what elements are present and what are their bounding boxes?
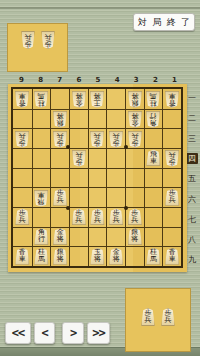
piece-gote-歩兵[interactable]: 歩兵 (53, 130, 68, 147)
rank-label-九: 九 (186, 254, 198, 265)
cell-3四[interactable] (125, 148, 144, 168)
rank-label-二: 二 (186, 113, 198, 124)
piece-kanji: 兵 (113, 217, 120, 224)
cell-5五[interactable] (88, 168, 107, 188)
piece-kanji: 車 (19, 92, 26, 99)
cell-5二[interactable] (88, 109, 107, 129)
cell-3三[interactable]: 歩兵 (125, 128, 144, 148)
piece-kanji: 歩 (44, 40, 51, 47)
piece-sente-歩兵[interactable]: 歩兵 (161, 308, 175, 326)
piece-sente-角行[interactable]: 角行 (34, 228, 49, 245)
cell-9二[interactable] (13, 109, 32, 129)
cell-9六[interactable] (13, 187, 32, 207)
piece-kanji: 兵 (19, 132, 26, 139)
cell-7五[interactable] (50, 168, 69, 188)
piece-kanji: 将 (131, 112, 138, 119)
gote-captured-tray: 歩兵歩兵 (7, 23, 68, 72)
piece-gote-角行[interactable]: 角行 (146, 111, 161, 128)
cell-6一[interactable]: 金将 (69, 89, 88, 109)
piece-kanji: 香 (169, 99, 176, 106)
piece-kanji: 将 (57, 112, 64, 119)
piece-kanji: 将 (57, 237, 64, 244)
cell-5四[interactable] (88, 148, 107, 168)
piece-kanji: 将 (94, 92, 101, 99)
cell-6七[interactable]: 歩兵 (69, 207, 88, 227)
last-move-button[interactable]: >> (87, 322, 110, 344)
next-move-button[interactable]: > (62, 322, 84, 344)
cell-3八[interactable]: 銀将 (125, 227, 144, 247)
piece-gote-桂馬[interactable]: 桂馬 (34, 91, 49, 108)
cell-3五[interactable] (125, 168, 144, 188)
piece-kanji: 兵 (75, 152, 82, 159)
piece-kanji: 車 (169, 256, 176, 263)
piece-kanji: 金 (131, 119, 138, 126)
piece-kanji: 車 (19, 256, 26, 263)
piece-kanji: 将 (75, 92, 82, 99)
piece-sente-香車[interactable]: 香車 (15, 248, 30, 265)
cell-7七[interactable] (50, 207, 69, 227)
cell-8五[interactable] (32, 168, 51, 188)
piece-gote-桂馬[interactable]: 桂馬 (146, 91, 161, 108)
cell-5七[interactable]: 歩兵 (88, 207, 107, 227)
piece-kanji: 兵 (94, 217, 101, 224)
game-over-button[interactable]: 対局終了 (133, 13, 195, 31)
cell-6三[interactable] (69, 128, 88, 148)
cell-5九[interactable]: 玉将 (88, 246, 107, 266)
cell-6八[interactable] (69, 227, 88, 247)
piece-kanji: 行 (150, 112, 157, 119)
piece-gote-飛車[interactable]: 飛車 (34, 189, 49, 206)
piece-kanji: 桂 (150, 99, 157, 106)
star-point (124, 206, 128, 210)
cell-8三[interactable] (32, 128, 51, 148)
cell-7八[interactable]: 金将 (50, 227, 69, 247)
cell-9九[interactable]: 香車 (13, 246, 32, 266)
piece-gote-歩兵[interactable]: 歩兵 (15, 130, 30, 147)
piece-kanji: 馬 (38, 92, 45, 99)
piece-kanji: 香 (19, 99, 26, 106)
cell-9三[interactable]: 歩兵 (13, 128, 32, 148)
piece-kanji: 車 (169, 92, 176, 99)
cell-9八[interactable] (13, 227, 32, 247)
piece-gote-歩兵[interactable]: 歩兵 (109, 130, 124, 147)
piece-gote-香車[interactable]: 香車 (165, 91, 180, 108)
cell-6九[interactable] (69, 246, 88, 266)
piece-sente-歩兵[interactable]: 歩兵 (53, 189, 68, 206)
cell-6四[interactable]: 歩兵 (69, 148, 88, 168)
star-point (124, 145, 128, 149)
piece-gote-歩兵[interactable]: 歩兵 (21, 31, 35, 49)
cell-9七[interactable]: 歩兵 (13, 207, 32, 227)
piece-sente-桂馬[interactable]: 桂馬 (34, 248, 49, 265)
cell-9四[interactable] (13, 148, 32, 168)
piece-sente-歩兵[interactable]: 歩兵 (71, 208, 86, 225)
cell-7四[interactable] (50, 148, 69, 168)
cell-4六[interactable] (106, 187, 125, 207)
cell-5六[interactable] (88, 187, 107, 207)
cell-4七[interactable]: 歩兵 (106, 207, 125, 227)
cell-4三[interactable]: 歩兵 (106, 128, 125, 148)
piece-kanji: 金 (75, 99, 82, 106)
piece-kanji: 兵 (57, 132, 64, 139)
cell-2九[interactable]: 桂馬 (144, 246, 163, 266)
piece-sente-歩兵[interactable]: 歩兵 (141, 308, 155, 326)
rank-label-七: 七 (186, 214, 198, 225)
piece-kanji: 歩 (94, 139, 101, 146)
piece-kanji: 兵 (94, 132, 101, 139)
cell-1二[interactable] (162, 109, 181, 129)
piece-kanji: 行 (38, 237, 45, 244)
piece-kanji: 兵 (131, 132, 138, 139)
status-char: 対 (138, 16, 147, 29)
cell-5八[interactable] (88, 227, 107, 247)
cell-8二[interactable] (32, 109, 51, 129)
piece-sente-桂馬[interactable]: 桂馬 (146, 248, 161, 265)
piece-kanji: 馬 (150, 256, 157, 263)
first-move-button[interactable]: << (5, 322, 31, 344)
cell-9一[interactable]: 香車 (13, 89, 32, 109)
piece-kanji: 兵 (165, 317, 172, 324)
rank-label-六: 六 (186, 194, 198, 205)
piece-gote-銀将[interactable]: 銀将 (53, 111, 68, 128)
cell-4二[interactable] (106, 109, 125, 129)
cell-1四[interactable]: 歩兵 (162, 148, 181, 168)
piece-sente-銀将[interactable]: 銀将 (127, 228, 142, 245)
piece-kanji: 将 (57, 256, 64, 263)
cell-2七[interactable] (144, 207, 163, 227)
piece-kanji: 歩 (19, 139, 26, 146)
cell-4九[interactable]: 金将 (106, 246, 125, 266)
star-point (66, 145, 70, 149)
cell-2五[interactable] (144, 168, 163, 188)
tatami-seam (0, 7, 200, 9)
piece-gote-香車[interactable]: 香車 (15, 91, 30, 108)
status-char: 終 (167, 16, 176, 29)
piece-gote-歩兵[interactable]: 歩兵 (165, 150, 180, 167)
piece-kanji: 馬 (150, 92, 157, 99)
cell-6五[interactable] (69, 168, 88, 188)
piece-kanji: 飛 (38, 198, 45, 205)
piece-gote-歩兵[interactable]: 歩兵 (90, 130, 105, 147)
piece-kanji: 兵 (145, 317, 152, 324)
piece-kanji: 銀 (131, 99, 138, 106)
piece-kanji: 歩 (113, 139, 120, 146)
piece-kanji: 将 (113, 256, 120, 263)
cell-2八[interactable] (144, 227, 163, 247)
piece-gote-歩兵[interactable]: 歩兵 (41, 31, 55, 49)
piece-sente-飛車[interactable]: 飛車 (146, 149, 161, 166)
cell-8四[interactable] (32, 148, 51, 168)
cell-8七[interactable] (32, 207, 51, 227)
cell-7二[interactable]: 銀将 (50, 109, 69, 129)
cell-1九[interactable]: 香車 (162, 246, 181, 266)
piece-kanji: 馬 (38, 256, 45, 263)
piece-kanji: 歩 (24, 40, 31, 47)
cell-3九[interactable] (125, 246, 144, 266)
cell-8八[interactable]: 角行 (32, 227, 51, 247)
piece-gote-金将[interactable]: 金将 (127, 111, 142, 128)
cell-5三[interactable]: 歩兵 (88, 128, 107, 148)
piece-kanji: 兵 (24, 33, 31, 40)
piece-kanji: 兵 (113, 132, 120, 139)
cell-7一[interactable] (50, 89, 69, 109)
cell-8一[interactable]: 桂馬 (32, 89, 51, 109)
cell-2二[interactable]: 角行 (144, 109, 163, 129)
piece-kanji: 兵 (57, 197, 64, 204)
shogi-app: 歩兵歩兵 対局終了 987654321 一二三四五六七八九 香車桂馬金将王将銀将… (0, 0, 200, 356)
cell-1一[interactable]: 香車 (162, 89, 181, 109)
piece-kanji: 兵 (131, 217, 138, 224)
piece-sente-歩兵[interactable]: 歩兵 (15, 208, 30, 225)
rank-label-一: 一 (186, 93, 198, 104)
cell-1五[interactable] (162, 168, 181, 188)
piece-kanji: 車 (150, 158, 157, 165)
cell-2一[interactable]: 桂馬 (144, 89, 163, 109)
cell-6二[interactable] (69, 109, 88, 129)
board-grid: 香車桂馬金将王将銀将桂馬香車銀将金将角行歩兵歩兵歩兵歩兵歩兵歩兵飛車歩兵飛車歩兵… (11, 87, 183, 268)
cell-4一[interactable] (106, 89, 125, 109)
cell-3一[interactable]: 銀将 (125, 89, 144, 109)
shogi-board: 香車桂馬金将王将銀将桂馬香車銀将金将角行歩兵歩兵歩兵歩兵歩兵歩兵飛車歩兵飛車歩兵… (8, 84, 187, 272)
piece-gote-歩兵[interactable]: 歩兵 (71, 150, 86, 167)
cell-6六[interactable] (69, 187, 88, 207)
cell-7九[interactable]: 銀将 (50, 246, 69, 266)
piece-gote-銀将[interactable]: 銀将 (127, 91, 142, 108)
piece-sente-玉将[interactable]: 玉将 (90, 248, 105, 265)
piece-kanji: 将 (131, 237, 138, 244)
cell-1七[interactable] (162, 207, 181, 227)
star-point (66, 206, 70, 210)
piece-kanji: 角 (150, 119, 157, 126)
piece-gote-金将[interactable]: 金将 (71, 91, 86, 108)
rank-label-四: 四 (186, 153, 198, 164)
cell-3二[interactable]: 金将 (125, 109, 144, 129)
cell-8九[interactable]: 桂馬 (32, 246, 51, 266)
cell-2三[interactable] (144, 128, 163, 148)
status-char: 局 (152, 16, 161, 29)
rank-label-八: 八 (186, 234, 198, 245)
piece-kanji: 将 (94, 256, 101, 263)
cell-2四[interactable]: 飛車 (144, 148, 163, 168)
cell-3六[interactable] (125, 187, 144, 207)
piece-sente-金将[interactable]: 金将 (109, 248, 124, 265)
cell-4五[interactable] (106, 168, 125, 188)
prev-move-button[interactable]: < (34, 322, 55, 344)
piece-sente-香車[interactable]: 香車 (165, 248, 180, 265)
piece-kanji: 銀 (57, 119, 64, 126)
piece-kanji: 兵 (169, 197, 176, 204)
cell-5一[interactable]: 王将 (88, 89, 107, 109)
piece-kanji: 兵 (44, 33, 51, 40)
status-char: 了 (181, 16, 190, 29)
piece-kanji: 車 (38, 191, 45, 198)
piece-kanji: 歩 (131, 139, 138, 146)
piece-sente-歩兵[interactable]: 歩兵 (109, 208, 124, 225)
piece-kanji: 歩 (57, 139, 64, 146)
piece-sente-歩兵[interactable]: 歩兵 (127, 208, 142, 225)
piece-kanji: 兵 (19, 217, 26, 224)
cell-1六[interactable]: 歩兵 (162, 187, 181, 207)
cell-9五[interactable] (13, 168, 32, 188)
piece-kanji: 将 (131, 92, 138, 99)
piece-sente-金将[interactable]: 金将 (53, 228, 68, 245)
cell-4八[interactable] (106, 227, 125, 247)
cell-8六[interactable]: 飛車 (32, 187, 51, 207)
cell-3七[interactable]: 歩兵 (125, 207, 144, 227)
cell-1八[interactable] (162, 227, 181, 247)
piece-gote-歩兵[interactable]: 歩兵 (127, 130, 142, 147)
piece-sente-歩兵[interactable]: 歩兵 (165, 189, 180, 206)
piece-kanji: 兵 (169, 152, 176, 159)
piece-kanji: 兵 (75, 217, 82, 224)
piece-kanji: 桂 (38, 99, 45, 106)
piece-kanji: 王 (94, 99, 101, 106)
cell-7六[interactable]: 歩兵 (50, 187, 69, 207)
piece-sente-歩兵[interactable]: 歩兵 (90, 208, 105, 225)
cell-1三[interactable] (162, 128, 181, 148)
piece-sente-銀将[interactable]: 銀将 (53, 248, 68, 265)
rank-label-五: 五 (186, 173, 198, 184)
rank-label-三: 三 (186, 133, 198, 144)
piece-kanji: 歩 (75, 159, 82, 166)
cell-2六[interactable] (144, 187, 163, 207)
piece-kanji: 歩 (169, 159, 176, 166)
piece-gote-王将[interactable]: 王将 (90, 91, 105, 108)
sente-captured-tray: 歩兵歩兵 (125, 288, 191, 352)
cell-4四[interactable] (106, 148, 125, 168)
